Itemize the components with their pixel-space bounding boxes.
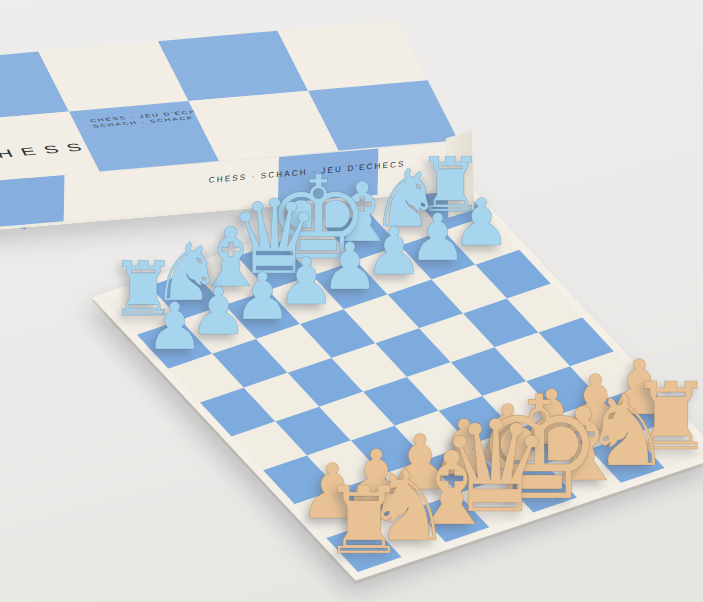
product-photo-scene: CHESS CHESS · JEU D'ECHECS SCHACH · SCHA… — [0, 0, 703, 602]
box-title: CHESS — [0, 140, 93, 163]
chess-board — [177, 147, 637, 602]
box-end-face-right — [446, 130, 475, 218]
board-grid — [105, 182, 703, 572]
box-front-segment — [0, 175, 65, 228]
board-rim — [92, 173, 703, 580]
